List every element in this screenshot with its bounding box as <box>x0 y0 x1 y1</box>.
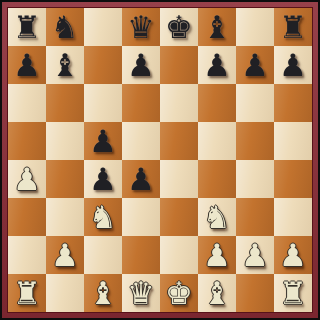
black-pawn-d4: ♟ <box>122 160 160 198</box>
square-c4[interactable]: ♟ <box>84 160 122 198</box>
black-pawn-h7: ♟ <box>274 46 312 84</box>
square-e2[interactable] <box>160 236 198 274</box>
white-knight-f3: ♞ <box>198 198 236 236</box>
square-h4[interactable] <box>274 160 312 198</box>
square-b4[interactable] <box>46 160 84 198</box>
square-g3[interactable] <box>236 198 274 236</box>
square-a8[interactable]: ♜ <box>8 8 46 46</box>
chess-diagram: ♜♞♛♚♝♜♟♝♟♟♟♟♟♟♟♟♞♞♟♟♟♟♜♝♛♚♝♜ <box>0 0 320 320</box>
black-pawn-g7: ♟ <box>236 46 274 84</box>
square-a5[interactable] <box>8 122 46 160</box>
square-c6[interactable] <box>84 84 122 122</box>
square-f2[interactable]: ♟ <box>198 236 236 274</box>
white-pawn-a4: ♟ <box>8 160 46 198</box>
square-f7[interactable]: ♟ <box>198 46 236 84</box>
black-pawn-f7: ♟ <box>198 46 236 84</box>
square-c5[interactable]: ♟ <box>84 122 122 160</box>
square-g6[interactable] <box>236 84 274 122</box>
square-d4[interactable]: ♟ <box>122 160 160 198</box>
square-a2[interactable] <box>8 236 46 274</box>
square-e5[interactable] <box>160 122 198 160</box>
square-h3[interactable] <box>274 198 312 236</box>
square-b2[interactable]: ♟ <box>46 236 84 274</box>
white-rook-h1: ♜ <box>274 274 312 312</box>
black-rook-a8: ♜ <box>8 8 46 46</box>
black-pawn-a7: ♟ <box>8 46 46 84</box>
black-bishop-f8: ♝ <box>198 8 236 46</box>
black-queen-d8: ♛ <box>122 8 160 46</box>
square-e7[interactable] <box>160 46 198 84</box>
square-a4[interactable]: ♟ <box>8 160 46 198</box>
square-g8[interactable] <box>236 8 274 46</box>
square-b3[interactable] <box>46 198 84 236</box>
chess-board: ♜♞♛♚♝♜♟♝♟♟♟♟♟♟♟♟♞♞♟♟♟♟♜♝♛♚♝♜ <box>7 7 313 313</box>
square-e8[interactable]: ♚ <box>160 8 198 46</box>
square-f3[interactable]: ♞ <box>198 198 236 236</box>
square-f4[interactable] <box>198 160 236 198</box>
black-pawn-d7: ♟ <box>122 46 160 84</box>
square-f8[interactable]: ♝ <box>198 8 236 46</box>
white-king-e1: ♚ <box>160 274 198 312</box>
square-g1[interactable] <box>236 274 274 312</box>
square-b8[interactable]: ♞ <box>46 8 84 46</box>
square-c8[interactable] <box>84 8 122 46</box>
square-h6[interactable] <box>274 84 312 122</box>
square-g2[interactable]: ♟ <box>236 236 274 274</box>
square-c3[interactable]: ♞ <box>84 198 122 236</box>
white-bishop-f1: ♝ <box>198 274 236 312</box>
white-pawn-g2: ♟ <box>236 236 274 274</box>
white-knight-c3: ♞ <box>84 198 122 236</box>
black-pawn-c5: ♟ <box>84 122 122 160</box>
white-pawn-b2: ♟ <box>46 236 84 274</box>
square-d7[interactable]: ♟ <box>122 46 160 84</box>
white-pawn-f2: ♟ <box>198 236 236 274</box>
square-e6[interactable] <box>160 84 198 122</box>
square-h2[interactable]: ♟ <box>274 236 312 274</box>
square-e3[interactable] <box>160 198 198 236</box>
square-h1[interactable]: ♜ <box>274 274 312 312</box>
black-pawn-c4: ♟ <box>84 160 122 198</box>
square-a6[interactable] <box>8 84 46 122</box>
square-e4[interactable] <box>160 160 198 198</box>
square-g4[interactable] <box>236 160 274 198</box>
black-king-e8: ♚ <box>160 8 198 46</box>
square-g5[interactable] <box>236 122 274 160</box>
square-g7[interactable]: ♟ <box>236 46 274 84</box>
square-d8[interactable]: ♛ <box>122 8 160 46</box>
white-bishop-c1: ♝ <box>84 274 122 312</box>
square-f5[interactable] <box>198 122 236 160</box>
square-f1[interactable]: ♝ <box>198 274 236 312</box>
square-c7[interactable] <box>84 46 122 84</box>
white-queen-d1: ♛ <box>122 274 160 312</box>
black-knight-b8: ♞ <box>46 8 84 46</box>
square-h8[interactable]: ♜ <box>274 8 312 46</box>
square-b7[interactable]: ♝ <box>46 46 84 84</box>
square-f6[interactable] <box>198 84 236 122</box>
square-d1[interactable]: ♛ <box>122 274 160 312</box>
square-b5[interactable] <box>46 122 84 160</box>
square-c2[interactable] <box>84 236 122 274</box>
square-a1[interactable]: ♜ <box>8 274 46 312</box>
square-b6[interactable] <box>46 84 84 122</box>
square-b1[interactable] <box>46 274 84 312</box>
square-d6[interactable] <box>122 84 160 122</box>
board-frame: ♜♞♛♚♝♜♟♝♟♟♟♟♟♟♟♟♞♞♟♟♟♟♜♝♛♚♝♜ <box>0 0 320 320</box>
square-d3[interactable] <box>122 198 160 236</box>
black-bishop-b7: ♝ <box>46 46 84 84</box>
square-a7[interactable]: ♟ <box>8 46 46 84</box>
black-rook-h8: ♜ <box>274 8 312 46</box>
square-c1[interactable]: ♝ <box>84 274 122 312</box>
square-h7[interactable]: ♟ <box>274 46 312 84</box>
square-d5[interactable] <box>122 122 160 160</box>
white-pawn-h2: ♟ <box>274 236 312 274</box>
square-e1[interactable]: ♚ <box>160 274 198 312</box>
square-a3[interactable] <box>8 198 46 236</box>
square-d2[interactable] <box>122 236 160 274</box>
square-h5[interactable] <box>274 122 312 160</box>
white-rook-a1: ♜ <box>8 274 46 312</box>
